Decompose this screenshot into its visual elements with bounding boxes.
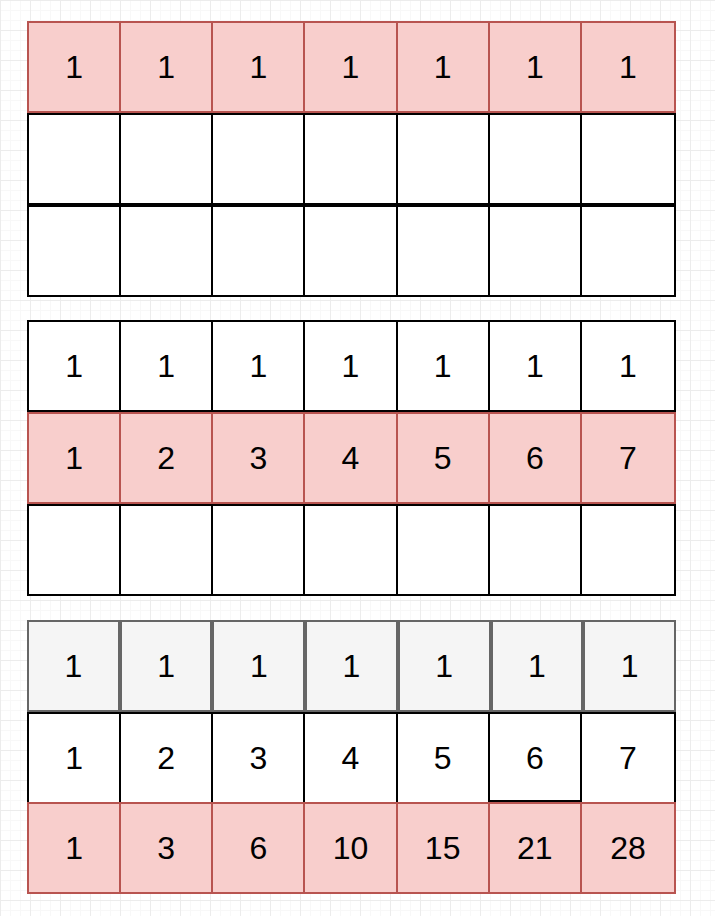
dp-cell: 1 [213,23,305,111]
dp-cell [121,506,213,594]
dp-cell: 1 [29,804,121,892]
dp-cell: 6 [213,804,305,892]
dp-cell [490,115,582,203]
dp-cell: 1 [121,322,213,410]
dp-row-2: 1234567 [27,712,676,804]
dp-cell [582,207,674,295]
dp-grid-step-1: 1111111 [27,21,676,297]
dp-cell: 1 [490,23,582,111]
dp-cell: 1 [29,23,121,111]
dp-cell [582,115,674,203]
dp-cell [398,506,490,594]
dp-cell [213,207,305,295]
dp-cell: 1 [398,620,491,712]
dp-cell [305,115,397,203]
dp-grid-step-3: 1111111123456713610152128 [27,620,676,894]
dp-row-2 [27,113,676,205]
dp-cell: 3 [213,414,305,502]
dp-cell: 1 [583,620,676,712]
dp-cell: 1 [29,714,121,802]
dp-cell: 1 [212,620,305,712]
dp-cell: 7 [582,714,674,802]
dp-cell: 15 [398,804,490,892]
dp-cell: 3 [121,804,213,892]
dp-cell: 6 [490,714,582,802]
dp-cell: 1 [29,414,121,502]
dp-cell [29,506,121,594]
dp-cell [398,207,490,295]
dp-cell: 1 [213,322,305,410]
dp-cell: 1 [29,322,121,410]
dp-cell [121,207,213,295]
dp-cell: 5 [398,714,490,802]
dp-cell: 7 [582,414,674,502]
dp-row-1: 1111111 [27,620,676,712]
dp-cell [398,115,490,203]
dp-cell [121,115,213,203]
dp-row-1: 1111111 [27,320,676,412]
dp-row-2-highlighted: 1234567 [27,412,676,504]
dp-cell: 1 [305,322,397,410]
dp-cell: 1 [490,322,582,410]
dp-cell [490,207,582,295]
dp-cell: 6 [490,414,582,502]
dp-cell [305,207,397,295]
dp-cell: 1 [398,322,490,410]
dp-row-3 [27,504,676,596]
dp-cell: 1 [582,23,674,111]
dp-cell: 2 [121,714,213,802]
dp-cell [582,506,674,594]
dp-cell: 1 [305,620,398,712]
dp-cell: 4 [305,414,397,502]
dp-row-1-highlighted: 1111111 [27,21,676,113]
dp-cell: 1 [582,322,674,410]
dp-cell: 1 [398,23,490,111]
dp-grid-step-2: 11111111234567 [27,320,676,596]
dp-cell: 1 [27,620,120,712]
dp-cell: 1 [120,620,213,712]
dp-cell [29,115,121,203]
dp-cell [305,506,397,594]
dp-cell: 10 [305,804,397,892]
dp-cell: 1 [121,23,213,111]
dp-cell [213,115,305,203]
diagram-canvas: 1111111111111112345671111111123456713610… [0,0,715,916]
dp-cell [213,506,305,594]
dp-cell: 5 [398,414,490,502]
dp-row-3 [27,205,676,297]
dp-cell: 1 [491,620,584,712]
dp-cell: 28 [582,804,674,892]
dp-row-3-highlighted: 13610152128 [27,802,676,894]
dp-cell [490,506,582,594]
dp-cell [29,207,121,295]
dp-cell: 4 [305,714,397,802]
dp-cell: 1 [305,23,397,111]
dp-cell: 2 [121,414,213,502]
dp-cell: 21 [490,804,582,892]
dp-cell: 3 [213,714,305,802]
